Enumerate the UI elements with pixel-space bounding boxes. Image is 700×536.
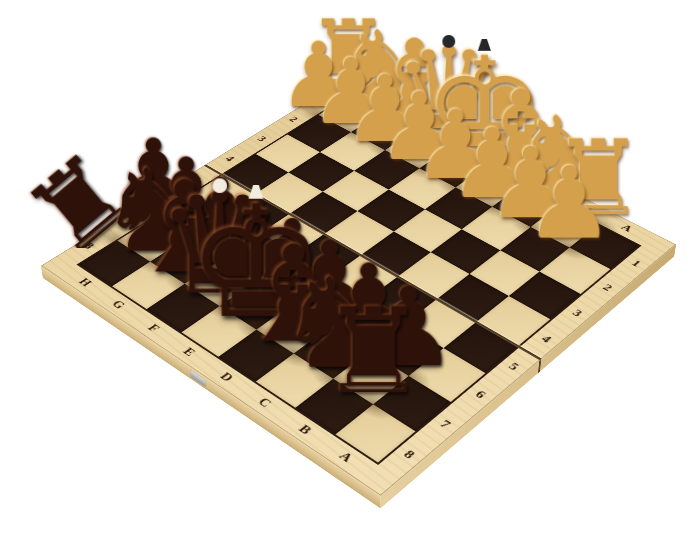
- file-label-near-C: C: [254, 396, 275, 411]
- rank-label-hfile-2: 2: [286, 115, 301, 124]
- chess-board-3d-scene: AABBCCDDEEFFGGHH8877665544332211 ♜♞♟♝♟♛♟…: [41, 78, 677, 496]
- rank-label-hfile-3: 3: [255, 135, 270, 144]
- rank-label-afile-1: 1: [629, 258, 644, 269]
- rook-glyph: ♜: [320, 294, 426, 412]
- square-b3: [469, 250, 540, 296]
- file-label-near-B: B: [294, 422, 314, 437]
- rank-label-afile-2: 2: [600, 283, 615, 294]
- rank-label-afile-7: 7: [437, 418, 455, 432]
- rank-label-afile-3: 3: [570, 308, 586, 320]
- file-label-near-D: D: [216, 370, 236, 384]
- king-finial-icon: [478, 31, 491, 51]
- file-label-near-G: G: [108, 298, 128, 311]
- square-a4: [477, 296, 550, 345]
- file-label-near-A: A: [335, 450, 356, 466]
- board-viewport: AABBCCDDEEFFGGHH8877665544332211 ♜♞♟♝♟♛♟…: [136, 30, 586, 480]
- file-label-near-H: H: [75, 276, 95, 289]
- file-label-near-F: F: [144, 322, 163, 335]
- rank-label-afile-6: 6: [472, 389, 489, 402]
- rank-label-afile-5: 5: [506, 361, 523, 374]
- file-label-near-E: E: [179, 346, 198, 359]
- square-a3: [509, 272, 581, 320]
- chess-set-photo: AABBCCDDEEFFGGHH8877665544332211 ♜♞♟♝♟♛♟…: [0, 0, 700, 536]
- rank-label-afile-4: 4: [538, 334, 554, 346]
- king-finial-icon: [248, 177, 263, 199]
- rank-label-afile-8: 8: [400, 448, 418, 462]
- rank-label-hfile-8: 8: [81, 241, 98, 252]
